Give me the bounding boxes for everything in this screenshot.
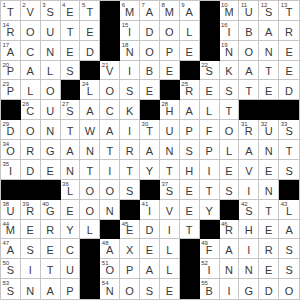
grid-cell[interactable]: 3S [41, 1, 61, 21]
cell-letter: L [61, 186, 80, 197]
grid-cell[interactable]: G [239, 279, 259, 299]
cell-letter: A [80, 106, 99, 117]
grid-cell[interactable]: C [100, 100, 120, 120]
cell-letter: U [160, 126, 179, 137]
grid-cell[interactable]: 4E [61, 1, 81, 21]
cell-letter: O [80, 206, 99, 217]
cell-letter: I [239, 186, 258, 197]
grid-cell[interactable]: Y [200, 200, 220, 220]
grid-cell[interactable]: 9A [180, 1, 200, 21]
cell-letter: Y [140, 166, 159, 177]
grid-cell[interactable]: 29D [1, 120, 21, 140]
grid-cell[interactable]: 20P [1, 61, 21, 81]
cell-letter: P [180, 126, 199, 137]
cell-letter: T [279, 146, 299, 157]
grid-cell[interactable]: T [200, 180, 220, 200]
cell-letter: H [160, 106, 179, 117]
grid-cell[interactable]: X [120, 239, 140, 259]
cell-letter: A [239, 66, 258, 77]
cell-letter: E [80, 27, 99, 38]
grid-cell[interactable]: E [80, 21, 100, 41]
cell-letter: L [180, 27, 199, 38]
grid-cell[interactable]: R [41, 220, 61, 240]
grid-cell[interactable]: N [220, 259, 240, 279]
grid-cell[interactable]: O [21, 21, 41, 41]
grid-cell[interactable]: D [140, 220, 160, 240]
grid-cell[interactable]: I [120, 61, 140, 81]
cell-letter: X [120, 245, 139, 256]
grid-cell[interactable]: T [61, 120, 81, 140]
grid-cell[interactable]: A [41, 279, 61, 299]
cell-letter: G [239, 286, 258, 297]
grid-cell[interactable]: A [180, 100, 200, 120]
grid-cell[interactable]: L [160, 239, 180, 259]
grid-cell[interactable]: O [220, 120, 240, 140]
grid-cell[interactable]: N [160, 140, 180, 160]
cell-letter: T [259, 206, 278, 217]
grid-cell[interactable]: 8M [160, 1, 180, 21]
block-cell [200, 1, 220, 21]
grid-cell[interactable]: R [279, 21, 299, 41]
cell-letter: A [140, 265, 159, 276]
block-cell [21, 180, 41, 200]
grid-cell[interactable]: O [120, 279, 140, 299]
grid-cell[interactable]: V [160, 200, 180, 220]
grid-cell[interactable]: D [259, 279, 279, 299]
grid-cell[interactable]: Y [61, 220, 81, 240]
cell-letter: S [279, 265, 299, 276]
block-cell [279, 100, 299, 120]
cell-letter: P [61, 286, 80, 297]
grid-cell[interactable]: S [279, 259, 299, 279]
grid-cell[interactable]: C [21, 41, 41, 61]
grid-cell[interactable]: D [140, 21, 160, 41]
grid-cell[interactable]: O [80, 180, 100, 200]
grid-cell[interactable]: A [61, 140, 81, 160]
cell-letter: D [80, 47, 99, 58]
grid-cell[interactable]: V [239, 160, 259, 180]
grid-cell[interactable]: N [41, 120, 61, 140]
cell-letter: T [100, 146, 119, 157]
cell-letter: N [41, 126, 60, 137]
cell-letter: O [160, 27, 179, 38]
cell-letter: F [200, 126, 219, 137]
grid-cell[interactable]: 14R [1, 21, 21, 41]
grid-cell[interactable]: N [239, 259, 259, 279]
block-cell [200, 220, 220, 240]
grid-cell[interactable]: 2V [21, 1, 41, 21]
grid-cell[interactable]: 44M [1, 220, 21, 240]
grid-cell[interactable]: D [80, 41, 100, 61]
grid-cell[interactable]: N [61, 160, 81, 180]
block-cell [100, 1, 120, 21]
cell-letter: I [200, 166, 219, 177]
grid-cell[interactable]: 39R [21, 200, 41, 220]
cell-letter: O [1, 146, 20, 157]
cell-letter: T [80, 166, 99, 177]
cell-letter: B [239, 27, 258, 38]
grid-cell[interactable]: 46R [220, 220, 240, 240]
grid-cell[interactable]: 26C [21, 100, 41, 120]
grid-cell[interactable]: B [239, 21, 259, 41]
cell-letter: N [61, 166, 80, 177]
grid-cell[interactable]: S [140, 279, 160, 299]
cell-letter: S [200, 66, 219, 77]
cell-letter: S [279, 166, 299, 177]
block-cell [239, 100, 259, 120]
cell-letter: T [200, 186, 219, 197]
cell-letter: H [239, 225, 258, 236]
grid-cell[interactable]: 6M [120, 1, 140, 21]
grid-cell[interactable]: A [100, 120, 120, 140]
cell-letter: I [140, 206, 159, 217]
grid-cell[interactable]: I [120, 120, 140, 140]
cell-letter: A [41, 286, 60, 297]
cell-letter: N [80, 146, 99, 157]
grid-cell[interactable]: N [100, 200, 120, 220]
grid-cell[interactable]: N [259, 140, 279, 160]
grid-cell[interactable]: U [61, 259, 81, 279]
grid-cell[interactable]: N [80, 140, 100, 160]
grid-cell[interactable]: 51O [100, 259, 120, 279]
grid-cell[interactable]: T [259, 61, 279, 81]
grid-cell[interactable]: 16I [220, 21, 240, 41]
block-cell [180, 61, 200, 81]
grid-cell[interactable]: 36L [61, 180, 81, 200]
grid-cell[interactable]: 19N [220, 41, 240, 61]
cell-letter: S [180, 146, 199, 157]
cell-letter: D [21, 166, 40, 177]
cell-letter: L [80, 86, 99, 97]
grid-cell[interactable]: S [21, 239, 41, 259]
grid-cell[interactable]: A [239, 61, 259, 81]
cell-letter: I [220, 286, 239, 297]
grid-cell[interactable]: 40G [41, 200, 61, 220]
grid-cell[interactable]: O [100, 80, 120, 100]
grid-cell[interactable]: 48A [100, 239, 120, 259]
grid-cell[interactable]: E [220, 160, 240, 180]
grid-cell[interactable]: I [239, 239, 259, 259]
grid-cell[interactable]: N [259, 41, 279, 61]
cell-letter: L [80, 225, 99, 236]
block-cell [200, 41, 220, 61]
cell-letter: N [259, 146, 278, 157]
grid-cell[interactable]: T [100, 140, 120, 160]
grid-cell[interactable]: 33S [279, 120, 299, 140]
cell-letter: R [259, 245, 278, 256]
cell-letter: N [41, 47, 60, 58]
cell-letter: N [239, 265, 258, 276]
grid-cell[interactable]: H [239, 220, 259, 240]
grid-cell[interactable]: 34O [1, 140, 21, 160]
grid-cell[interactable]: R [120, 140, 140, 160]
grid-cell[interactable]: 35I [1, 160, 21, 180]
grid-cell[interactable]: O [41, 80, 61, 100]
grid-cell[interactable]: C [61, 239, 81, 259]
cell-letter: E [160, 286, 179, 297]
grid-cell[interactable]: T [41, 259, 61, 279]
grid-cell[interactable]: I [21, 259, 41, 279]
grid-cell[interactable]: R [21, 140, 41, 160]
cell-letter: S [279, 126, 299, 137]
cell-letter: S [259, 7, 278, 18]
grid-cell[interactable]: G [41, 140, 61, 160]
grid-cell[interactable]: I [160, 220, 180, 240]
grid-cell[interactable]: T [180, 220, 200, 240]
grid-cell[interactable]: T [239, 80, 259, 100]
cell-letter: S [41, 7, 60, 18]
cell-letter: I [160, 225, 179, 236]
grid-cell[interactable]: T [120, 160, 140, 180]
grid-cell[interactable]: 12S [259, 1, 279, 21]
block-cell [160, 80, 180, 100]
grid-cell[interactable]: E [259, 259, 279, 279]
grid-cell[interactable]: E [41, 160, 61, 180]
cell-letter: E [220, 166, 239, 177]
cell-letter: A [140, 146, 159, 157]
grid-cell[interactable]: E [180, 41, 200, 61]
grid-cell[interactable]: 1T [1, 1, 21, 21]
grid-cell[interactable]: I [200, 160, 220, 180]
grid-cell[interactable]: E [259, 160, 279, 180]
grid-cell[interactable]: A [140, 259, 160, 279]
grid-cell[interactable]: 10M [220, 1, 240, 21]
grid-cell[interactable]: S [61, 61, 81, 81]
grid-cell[interactable]: S [180, 140, 200, 160]
grid-cell[interactable]: 45E [120, 220, 140, 240]
grid-cell[interactable]: 7A [140, 1, 160, 21]
grid-cell[interactable]: P [61, 279, 81, 299]
cell-letter: I [21, 265, 40, 276]
grid-cell[interactable]: T [80, 160, 100, 180]
grid-cell[interactable]: E [279, 41, 299, 61]
grid-cell[interactable]: D [279, 80, 299, 100]
grid-cell[interactable]: E [61, 200, 81, 220]
grid-cell[interactable]: E [61, 41, 81, 61]
grid-cell[interactable]: 47A [1, 239, 21, 259]
cell-letter: O [100, 86, 119, 97]
grid-cell[interactable]: S [279, 160, 299, 180]
grid-cell[interactable]: A [80, 100, 100, 120]
cell-letter: M [220, 7, 239, 18]
grid-cell[interactable]: 38U [1, 200, 21, 220]
grid-cell[interactable]: L [160, 259, 180, 279]
grid-cell[interactable]: T [160, 160, 180, 180]
grid-cell[interactable]: 11U [239, 1, 259, 21]
grid-cell[interactable]: S [120, 80, 140, 100]
grid-cell[interactable]: 52I [200, 259, 220, 279]
grid-cell[interactable]: I [100, 160, 120, 180]
grid-cell[interactable]: O [100, 180, 120, 200]
grid-cell[interactable]: T [61, 21, 81, 41]
grid-cell[interactable]: N [259, 180, 279, 200]
grid-cell[interactable]: U [41, 21, 61, 41]
block-cell [140, 180, 160, 200]
grid-cell[interactable]: N [21, 279, 41, 299]
cell-letter: O [140, 47, 159, 58]
grid-cell[interactable]: Y [140, 160, 160, 180]
grid-cell[interactable]: L [220, 140, 240, 160]
grid-cell[interactable]: 24L [80, 80, 100, 100]
block-cell [41, 180, 61, 200]
grid-cell[interactable]: 50S [1, 259, 21, 279]
grid-cell[interactable]: 43L [279, 200, 299, 220]
cell-letter: N [220, 47, 239, 58]
grid-cell[interactable]: L [80, 220, 100, 240]
grid-cell[interactable]: N [41, 41, 61, 61]
cell-letter: R [1, 27, 20, 38]
grid-cell[interactable]: O [21, 120, 41, 140]
grid-cell[interactable]: H [180, 160, 200, 180]
cell-letter: V [100, 66, 119, 77]
grid-cell[interactable]: 41I [140, 200, 160, 220]
cell-letter: S [220, 86, 239, 97]
cell-letter: T [1, 7, 20, 18]
cell-letter: E [259, 166, 278, 177]
grid-cell[interactable]: T [259, 200, 279, 220]
grid-cell[interactable]: A [140, 140, 160, 160]
cell-letter: P [1, 66, 20, 77]
cell-letter: W [80, 126, 99, 137]
grid-cell[interactable]: 21V [100, 61, 120, 81]
cell-letter: I [120, 66, 139, 77]
grid-cell[interactable]: O [160, 21, 180, 41]
grid-cell[interactable]: 55B [200, 279, 220, 299]
grid-cell[interactable]: E [140, 239, 160, 259]
grid-cell[interactable]: E [259, 80, 279, 100]
grid-cell[interactable]: P [160, 41, 180, 61]
grid-cell[interactable]: 49F [200, 239, 220, 259]
cell-letter: T [61, 126, 80, 137]
grid-cell[interactable]: I [220, 279, 240, 299]
cell-letter: U [1, 206, 20, 217]
grid-cell[interactable]: P [200, 140, 220, 160]
grid-cell[interactable]: E [180, 200, 200, 220]
grid-cell[interactable]: B [140, 61, 160, 81]
cell-letter: O [80, 186, 99, 197]
cell-letter: D [259, 286, 278, 297]
grid-cell[interactable]: S [120, 180, 140, 200]
grid-cell[interactable]: O [279, 279, 299, 299]
cell-letter: N [220, 265, 239, 276]
cell-letter: N [120, 47, 139, 58]
cell-letter: E [61, 47, 80, 58]
grid-cell[interactable]: D [21, 160, 41, 180]
grid-cell[interactable]: P [180, 120, 200, 140]
grid-cell[interactable]: 23P [1, 80, 21, 100]
grid-cell[interactable]: E [140, 80, 160, 100]
cell-letter: C [21, 47, 40, 58]
cell-letter: E [259, 86, 278, 97]
cell-letter: N [100, 286, 119, 297]
grid-cell[interactable]: E [21, 220, 41, 240]
grid-cell[interactable]: O [239, 41, 259, 61]
grid-cell[interactable]: T [279, 140, 299, 160]
grid-cell[interactable]: 13T [279, 1, 299, 21]
grid-cell[interactable]: 54N [100, 279, 120, 299]
cell-letter: S [21, 245, 40, 256]
grid-cell[interactable]: L [21, 80, 41, 100]
grid-cell[interactable]: 15I [120, 21, 140, 41]
grid-cell[interactable]: T [220, 100, 240, 120]
cell-letter: L [279, 206, 299, 217]
grid-cell[interactable]: A [259, 21, 279, 41]
cell-letter: O [279, 286, 299, 297]
cell-letter: S [61, 106, 80, 117]
grid-cell[interactable]: S [220, 80, 240, 100]
cell-letter: S [239, 206, 258, 217]
grid-cell[interactable]: 32U [259, 120, 279, 140]
grid-cell[interactable]: 22S [200, 61, 220, 81]
grid-cell[interactable]: I [239, 180, 259, 200]
cell-letter: L [160, 245, 179, 256]
grid-cell[interactable]: S [279, 239, 299, 259]
grid-cell[interactable]: 42S [239, 200, 259, 220]
cell-letter: M [1, 225, 20, 236]
grid-cell[interactable]: E [180, 180, 200, 200]
grid-cell[interactable]: 31R [239, 120, 259, 140]
grid-cell[interactable]: 17A [1, 41, 21, 61]
grid-cell[interactable]: 5T [80, 1, 100, 21]
cell-letter: L [220, 146, 239, 157]
grid-cell[interactable]: 18N [120, 41, 140, 61]
cell-letter: T [140, 126, 159, 137]
grid-cell[interactable]: F [200, 120, 220, 140]
grid-cell[interactable]: U [41, 100, 61, 120]
cell-letter: U [61, 265, 80, 276]
grid-cell[interactable]: 27S [61, 100, 81, 120]
grid-cell[interactable]: O [140, 41, 160, 61]
grid-cell[interactable]: E [200, 80, 220, 100]
grid-cell[interactable]: E [160, 61, 180, 81]
block-cell [1, 180, 21, 200]
cell-letter: E [120, 225, 139, 236]
cell-letter: N [21, 286, 40, 297]
grid-cell[interactable]: R [259, 239, 279, 259]
grid-cell[interactable]: E [160, 279, 180, 299]
grid-cell[interactable]: 28H [160, 100, 180, 120]
grid-cell[interactable]: 53S [1, 279, 21, 299]
grid-cell[interactable]: K [120, 100, 140, 120]
cell-letter: L [200, 106, 219, 117]
grid-cell[interactable]: U [160, 120, 180, 140]
block-cell [80, 259, 100, 279]
grid-cell[interactable]: A [21, 61, 41, 81]
cell-letter: R [239, 126, 258, 137]
grid-cell[interactable]: 30T [140, 120, 160, 140]
grid-cell[interactable]: A [279, 220, 299, 240]
block-cell [100, 220, 120, 240]
block-cell [180, 259, 200, 279]
grid-cell[interactable]: A [239, 140, 259, 160]
cell-letter: R [120, 146, 139, 157]
grid-cell[interactable]: E [259, 220, 279, 240]
grid-cell[interactable]: 25R [180, 80, 200, 100]
grid-cell[interactable]: K [220, 61, 240, 81]
grid-cell[interactable]: 37S [160, 180, 180, 200]
grid-cell[interactable]: W [80, 120, 100, 140]
grid-cell[interactable]: L [41, 61, 61, 81]
grid-cell[interactable]: E [41, 239, 61, 259]
grid-cell[interactable]: O [80, 200, 100, 220]
grid-cell[interactable]: P [120, 259, 140, 279]
grid-cell[interactable]: A [220, 239, 240, 259]
grid-cell[interactable]: L [200, 100, 220, 120]
cell-letter: R [21, 206, 40, 217]
grid-cell[interactable]: E [279, 61, 299, 81]
grid-cell[interactable]: S [220, 180, 240, 200]
grid-cell[interactable]: L [180, 21, 200, 41]
